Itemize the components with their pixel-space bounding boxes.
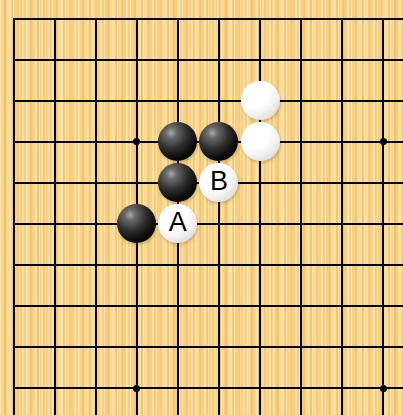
intersection[interactable] — [281, 203, 322, 244]
intersection[interactable] — [34, 162, 75, 203]
intersection[interactable] — [75, 80, 116, 121]
intersection[interactable] — [198, 80, 239, 121]
intersection[interactable] — [363, 245, 403, 286]
intersection[interactable] — [322, 203, 363, 244]
intersection[interactable] — [281, 80, 322, 121]
intersection[interactable] — [363, 80, 403, 121]
intersection[interactable] — [157, 80, 198, 121]
intersection[interactable] — [0, 203, 34, 244]
intersection[interactable] — [322, 121, 363, 162]
intersection[interactable] — [281, 327, 322, 368]
intersection[interactable] — [363, 121, 403, 162]
intersection[interactable] — [240, 203, 281, 244]
screenshot-canvas: BA — [0, 0, 403, 415]
intersection[interactable] — [0, 39, 34, 80]
intersection[interactable] — [281, 121, 322, 162]
intersection[interactable] — [198, 368, 239, 409]
star-point — [133, 385, 140, 392]
intersection[interactable] — [0, 121, 34, 162]
intersection[interactable] — [0, 162, 34, 203]
intersection[interactable] — [116, 286, 157, 327]
intersection[interactable] — [322, 0, 363, 39]
intersection[interactable] — [116, 0, 157, 39]
intersection[interactable] — [198, 286, 239, 327]
intersection[interactable] — [34, 327, 75, 368]
intersection[interactable] — [198, 203, 239, 244]
intersection[interactable] — [322, 80, 363, 121]
star-point — [133, 138, 140, 145]
intersection[interactable] — [0, 245, 34, 286]
intersection[interactable] — [157, 0, 198, 39]
intersection[interactable] — [34, 203, 75, 244]
intersection[interactable] — [34, 368, 75, 409]
intersection[interactable] — [363, 203, 403, 244]
intersection[interactable] — [34, 121, 75, 162]
intersection[interactable] — [322, 327, 363, 368]
intersection[interactable] — [322, 39, 363, 80]
stone-label: A — [169, 209, 187, 236]
intersection[interactable] — [363, 327, 403, 368]
stone-black[interactable] — [199, 122, 238, 161]
intersection[interactable] — [34, 245, 75, 286]
intersection[interactable] — [198, 39, 239, 80]
stone-white[interactable] — [241, 81, 280, 120]
intersection[interactable] — [0, 0, 34, 39]
intersection[interactable] — [116, 327, 157, 368]
intersection[interactable] — [281, 368, 322, 409]
intersection[interactable] — [34, 39, 75, 80]
intersection[interactable] — [34, 0, 75, 39]
intersection[interactable] — [281, 286, 322, 327]
stone-black[interactable] — [158, 122, 197, 161]
stone-white[interactable] — [241, 122, 280, 161]
intersection[interactable] — [198, 327, 239, 368]
intersection[interactable] — [240, 368, 281, 409]
intersection[interactable] — [75, 245, 116, 286]
intersection[interactable] — [157, 286, 198, 327]
intersection[interactable] — [363, 39, 403, 80]
stone-white-a[interactable]: A — [158, 204, 197, 243]
stone-label: B — [210, 168, 228, 195]
stone-white-b[interactable]: B — [199, 163, 238, 202]
intersection[interactable]: A — [157, 203, 198, 244]
intersection[interactable] — [157, 368, 198, 409]
intersection[interactable] — [240, 39, 281, 80]
intersection[interactable] — [157, 245, 198, 286]
intersection[interactable] — [0, 368, 34, 409]
intersection[interactable] — [75, 121, 116, 162]
intersection[interactable] — [240, 0, 281, 39]
intersection[interactable] — [0, 286, 34, 327]
stone-black[interactable] — [117, 204, 156, 243]
intersection[interactable] — [75, 203, 116, 244]
intersection[interactable] — [116, 162, 157, 203]
intersection[interactable] — [240, 327, 281, 368]
intersection[interactable] — [198, 0, 239, 39]
intersections: BA — [0, 0, 403, 409]
intersection[interactable] — [34, 286, 75, 327]
intersection[interactable] — [75, 368, 116, 409]
intersection[interactable] — [34, 80, 75, 121]
intersection[interactable]: B — [198, 162, 239, 203]
intersection[interactable] — [322, 368, 363, 409]
intersection[interactable] — [322, 286, 363, 327]
intersection[interactable] — [0, 80, 34, 121]
intersection[interactable] — [75, 286, 116, 327]
intersection[interactable] — [157, 39, 198, 80]
intersection[interactable] — [157, 121, 198, 162]
stone-black[interactable] — [158, 163, 197, 202]
intersection[interactable] — [116, 80, 157, 121]
star-point — [380, 385, 387, 392]
intersection[interactable] — [157, 327, 198, 368]
intersection[interactable] — [240, 162, 281, 203]
intersection[interactable] — [75, 327, 116, 368]
intersection[interactable] — [240, 80, 281, 121]
intersection[interactable] — [322, 245, 363, 286]
intersection[interactable] — [240, 286, 281, 327]
intersection[interactable] — [116, 39, 157, 80]
intersection[interactable] — [198, 245, 239, 286]
intersection[interactable] — [116, 245, 157, 286]
star-point — [380, 138, 387, 145]
intersection[interactable] — [322, 162, 363, 203]
intersection[interactable] — [240, 121, 281, 162]
intersection[interactable] — [281, 162, 322, 203]
intersection[interactable] — [363, 286, 403, 327]
intersection[interactable] — [281, 0, 322, 39]
intersection[interactable] — [363, 0, 403, 39]
intersection[interactable] — [75, 39, 116, 80]
intersection[interactable] — [0, 327, 34, 368]
intersection[interactable] — [116, 121, 157, 162]
intersection[interactable] — [281, 39, 322, 80]
intersection[interactable] — [240, 245, 281, 286]
intersection[interactable] — [116, 203, 157, 244]
intersection[interactable] — [75, 0, 116, 39]
intersection[interactable] — [281, 245, 322, 286]
intersection[interactable] — [198, 121, 239, 162]
go-board[interactable]: BA — [0, 0, 403, 415]
intersection[interactable] — [116, 368, 157, 409]
intersection[interactable] — [157, 162, 198, 203]
intersection[interactable] — [363, 162, 403, 203]
intersection[interactable] — [363, 368, 403, 409]
intersection[interactable] — [75, 162, 116, 203]
